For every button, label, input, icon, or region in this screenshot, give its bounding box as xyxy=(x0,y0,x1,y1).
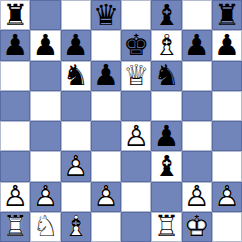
square-d4[interactable] xyxy=(91,121,121,151)
white-piece-outline: ♙ xyxy=(182,182,212,212)
square-d7[interactable] xyxy=(91,30,121,60)
white-piece-outline: ♙ xyxy=(61,151,91,181)
piece-black-rook[interactable]: ♜ xyxy=(212,0,242,30)
square-c8[interactable] xyxy=(61,0,91,30)
square-a4[interactable] xyxy=(0,121,30,151)
square-f5[interactable] xyxy=(151,91,181,121)
piece-white-bishop[interactable]: ♝♗ xyxy=(151,30,181,60)
piece-black-queen[interactable]: ♛ xyxy=(91,0,121,30)
piece-black-pawn[interactable]: ♟ xyxy=(61,30,91,60)
square-e6[interactable]: ♛♕ xyxy=(121,61,151,91)
piece-white-pawn[interactable]: ♟♙ xyxy=(212,182,242,212)
square-e8[interactable] xyxy=(121,0,151,30)
piece-black-knight[interactable]: ♞ xyxy=(61,61,91,91)
piece-white-pawn[interactable]: ♟♙ xyxy=(182,182,212,212)
white-piece-outline: ♔ xyxy=(182,212,212,242)
square-g3[interactable] xyxy=(182,151,212,181)
square-c1[interactable]: ♝♗ xyxy=(61,212,91,242)
square-g6[interactable] xyxy=(182,61,212,91)
square-e7[interactable]: ♚ xyxy=(121,30,151,60)
square-f4[interactable]: ♟ xyxy=(151,121,181,151)
piece-white-pawn[interactable]: ♟♙ xyxy=(121,121,151,151)
piece-white-pawn[interactable]: ♟♙ xyxy=(0,182,30,212)
white-piece-outline: ♙ xyxy=(212,182,242,212)
square-c7[interactable]: ♟ xyxy=(61,30,91,60)
piece-black-pawn[interactable]: ♟ xyxy=(30,30,60,60)
piece-black-rook[interactable]: ♜ xyxy=(0,0,30,30)
square-a7[interactable]: ♟ xyxy=(0,30,30,60)
square-h5[interactable] xyxy=(212,91,242,121)
white-piece-outline: ♙ xyxy=(0,182,30,212)
white-piece-outline: ♖ xyxy=(0,212,30,242)
square-d5[interactable] xyxy=(91,91,121,121)
square-c2[interactable] xyxy=(61,182,91,212)
square-b4[interactable] xyxy=(30,121,60,151)
square-d3[interactable] xyxy=(91,151,121,181)
square-b7[interactable]: ♟ xyxy=(30,30,60,60)
piece-black-bishop[interactable]: ♝ xyxy=(151,151,181,181)
white-piece-outline: ♙ xyxy=(30,182,60,212)
square-a6[interactable] xyxy=(0,61,30,91)
square-a5[interactable] xyxy=(0,91,30,121)
piece-white-bishop[interactable]: ♝♗ xyxy=(61,212,91,242)
piece-white-pawn[interactable]: ♟♙ xyxy=(30,182,60,212)
square-a8[interactable]: ♜ xyxy=(0,0,30,30)
square-a1[interactable]: ♜♖ xyxy=(0,212,30,242)
square-d2[interactable]: ♟♙ xyxy=(91,182,121,212)
piece-black-pawn[interactable]: ♟ xyxy=(151,121,181,151)
square-d8[interactable]: ♛ xyxy=(91,0,121,30)
square-c3[interactable]: ♟♙ xyxy=(61,151,91,181)
piece-white-pawn[interactable]: ♟♙ xyxy=(91,182,121,212)
square-h8[interactable]: ♜ xyxy=(212,0,242,30)
square-c6[interactable]: ♞ xyxy=(61,61,91,91)
white-piece-outline: ♗ xyxy=(61,212,91,242)
square-g2[interactable]: ♟♙ xyxy=(182,182,212,212)
white-piece-outline: ♙ xyxy=(121,121,151,151)
white-piece-outline: ♙ xyxy=(91,182,121,212)
square-h3[interactable] xyxy=(212,151,242,181)
white-piece-outline: ♗ xyxy=(151,30,181,60)
square-f2[interactable] xyxy=(151,182,181,212)
square-c4[interactable] xyxy=(61,121,91,151)
square-g1[interactable]: ♚♔ xyxy=(182,212,212,242)
piece-black-king[interactable]: ♚ xyxy=(121,30,151,60)
square-b1[interactable]: ♞♘ xyxy=(30,212,60,242)
square-g4[interactable] xyxy=(182,121,212,151)
chess-board: ♜♛♝♜♟♟♟♚♝♗♟♟♞♟♛♕♞♟♙♟♟♙♝♟♙♟♙♟♙♟♙♟♙♜♖♞♘♝♗♜… xyxy=(0,0,242,242)
square-e4[interactable]: ♟♙ xyxy=(121,121,151,151)
square-b2[interactable]: ♟♙ xyxy=(30,182,60,212)
square-g7[interactable]: ♟ xyxy=(182,30,212,60)
piece-white-queen[interactable]: ♛♕ xyxy=(121,61,151,91)
piece-white-pawn[interactable]: ♟♙ xyxy=(61,151,91,181)
piece-white-rook[interactable]: ♜♖ xyxy=(151,212,181,242)
square-g8[interactable] xyxy=(182,0,212,30)
square-f3[interactable]: ♝ xyxy=(151,151,181,181)
square-b6[interactable] xyxy=(30,61,60,91)
square-g5[interactable] xyxy=(182,91,212,121)
piece-white-knight[interactable]: ♞♘ xyxy=(30,212,60,242)
square-f6[interactable]: ♞ xyxy=(151,61,181,91)
square-b8[interactable] xyxy=(30,0,60,30)
square-f1[interactable]: ♜♖ xyxy=(151,212,181,242)
square-d1[interactable] xyxy=(91,212,121,242)
white-piece-outline: ♖ xyxy=(151,212,181,242)
white-piece-outline: ♘ xyxy=(30,212,60,242)
white-piece-outline: ♕ xyxy=(121,61,151,91)
piece-black-bishop[interactable]: ♝ xyxy=(151,0,181,30)
piece-black-pawn[interactable]: ♟ xyxy=(212,30,242,60)
square-e5[interactable] xyxy=(121,91,151,121)
square-h2[interactable]: ♟♙ xyxy=(212,182,242,212)
square-d6[interactable]: ♟ xyxy=(91,61,121,91)
square-h4[interactable] xyxy=(212,121,242,151)
square-a2[interactable]: ♟♙ xyxy=(0,182,30,212)
square-f7[interactable]: ♝♗ xyxy=(151,30,181,60)
piece-black-pawn[interactable]: ♟ xyxy=(182,30,212,60)
square-a3[interactable] xyxy=(0,151,30,181)
piece-black-pawn[interactable]: ♟ xyxy=(0,30,30,60)
piece-black-pawn[interactable]: ♟ xyxy=(91,61,121,91)
square-f8[interactable]: ♝ xyxy=(151,0,181,30)
square-h7[interactable]: ♟ xyxy=(212,30,242,60)
square-e1[interactable] xyxy=(121,212,151,242)
piece-white-rook[interactable]: ♜♖ xyxy=(0,212,30,242)
square-e3[interactable] xyxy=(121,151,151,181)
square-b3[interactable] xyxy=(30,151,60,181)
square-c5[interactable] xyxy=(61,91,91,121)
piece-white-king[interactable]: ♚♔ xyxy=(182,212,212,242)
square-e2[interactable] xyxy=(121,182,151,212)
square-h1[interactable] xyxy=(212,212,242,242)
piece-black-knight[interactable]: ♞ xyxy=(151,61,181,91)
square-b5[interactable] xyxy=(30,91,60,121)
square-h6[interactable] xyxy=(212,61,242,91)
